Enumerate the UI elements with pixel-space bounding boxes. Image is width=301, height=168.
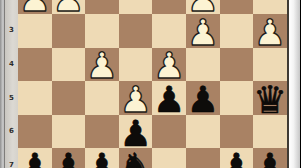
black-pawn-f7: ♟ (86, 149, 118, 168)
square-h6[interactable] (18, 115, 52, 149)
square-f5[interactable] (85, 81, 119, 115)
square-b3[interactable] (220, 14, 254, 48)
square-e2[interactable] (119, 0, 153, 14)
square-g5[interactable] (52, 81, 86, 115)
square-h4[interactable] (18, 48, 52, 82)
square-b6[interactable] (220, 115, 254, 149)
square-b2[interactable] (220, 0, 254, 14)
white-pawn-d4: ♟ (153, 48, 185, 84)
chess-board: ♟♟♟♟♟♟♟♟♟♟♛♟♟♟♟♞♟♟ (18, 0, 287, 168)
square-e3[interactable] (119, 14, 153, 48)
rank-label-4: 4 (5, 61, 18, 68)
black-pawn-a7: ♟ (254, 149, 286, 168)
black-knight-e7: ♞ (119, 149, 151, 168)
square-f6[interactable] (85, 115, 119, 149)
black-pawn-d5: ♟ (153, 82, 185, 118)
square-f7[interactable]: ♟ (85, 148, 119, 168)
square-b4[interactable] (220, 48, 254, 82)
square-g6[interactable] (52, 115, 86, 149)
square-c3[interactable]: ♟ (186, 14, 220, 48)
black-pawn-e6: ♟ (119, 116, 151, 152)
square-c7[interactable] (186, 148, 220, 168)
square-e4[interactable] (119, 48, 153, 82)
chess-app-window: 34567 ♟♟♟♟♟♟♟♟♟♟♛♟♟♟♟♞♟♟ (0, 0, 300, 168)
rank-label-gutter: 34567 (5, 0, 18, 168)
black-pawn-h7: ♟ (19, 149, 51, 168)
square-f2[interactable] (85, 0, 119, 14)
rank-label-6: 6 (5, 128, 18, 135)
square-d4[interactable]: ♟ (152, 48, 186, 82)
black-pawn-b7: ♟ (220, 149, 252, 168)
square-g4[interactable] (52, 48, 86, 82)
white-pawn-c3: ♟ (187, 15, 219, 51)
square-a6[interactable] (253, 115, 287, 149)
square-f3[interactable] (85, 14, 119, 48)
square-f4[interactable]: ♟ (85, 48, 119, 82)
black-pawn-g7: ♟ (52, 149, 84, 168)
square-d3[interactable] (152, 14, 186, 48)
rank-label-5: 5 (5, 95, 18, 102)
black-queen-a5: ♛ (253, 81, 287, 119)
square-h7[interactable]: ♟ (18, 148, 52, 168)
square-d2[interactable] (152, 0, 186, 14)
square-e6[interactable]: ♟ (119, 115, 153, 149)
square-a7[interactable]: ♟ (253, 148, 287, 168)
board-viewport: ♟♟♟♟♟♟♟♟♟♟♛♟♟♟♟♞♟♟ (18, 0, 287, 168)
square-g2[interactable]: ♟ (52, 0, 86, 14)
square-e5[interactable]: ♟ (119, 81, 153, 115)
square-d5[interactable]: ♟ (152, 81, 186, 115)
black-pawn-c5: ♟ (187, 82, 219, 118)
square-a2[interactable] (253, 0, 287, 14)
square-b7[interactable]: ♟ (220, 148, 254, 168)
square-d6[interactable] (152, 115, 186, 149)
square-b5[interactable] (220, 81, 254, 115)
square-g7[interactable]: ♟ (52, 148, 86, 168)
square-g3[interactable] (52, 14, 86, 48)
square-d7[interactable] (152, 148, 186, 168)
square-a5[interactable]: ♛ (253, 81, 287, 115)
square-h5[interactable] (18, 81, 52, 115)
square-c6[interactable] (186, 115, 220, 149)
rank-label-7: 7 (5, 162, 18, 168)
scrollbar[interactable] (289, 0, 301, 168)
white-pawn-a3: ♟ (254, 15, 286, 51)
square-c4[interactable] (186, 48, 220, 82)
white-pawn-f4: ♟ (86, 48, 118, 84)
white-pawn-e5: ♟ (119, 82, 151, 118)
rank-label-3: 3 (5, 27, 18, 34)
square-h3[interactable] (18, 14, 52, 48)
square-a3[interactable]: ♟ (253, 14, 287, 48)
square-c5[interactable]: ♟ (186, 81, 220, 115)
square-h2[interactable]: ♟ (18, 0, 52, 14)
square-a4[interactable] (253, 48, 287, 82)
square-c2[interactable]: ♟ (186, 0, 220, 14)
square-e7[interactable]: ♞ (119, 148, 153, 168)
